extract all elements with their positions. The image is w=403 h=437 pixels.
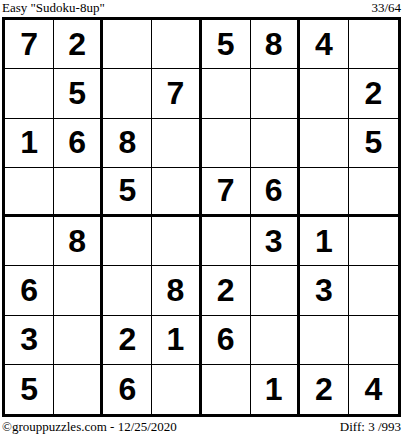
cell-r2c8[interactable]: 2 <box>349 69 398 118</box>
cell-r5c2[interactable]: 8 <box>54 217 103 266</box>
page-number: 33/64 <box>371 0 401 15</box>
cell-r7c8[interactable] <box>349 316 398 365</box>
cell-r3c7[interactable] <box>300 119 349 168</box>
cell-r7c4[interactable]: 1 <box>152 316 201 365</box>
cell-r3c5[interactable] <box>202 119 251 168</box>
cell-r2c6[interactable] <box>251 69 300 118</box>
cell-r1c8[interactable] <box>349 20 398 69</box>
cell-r4c6[interactable]: 6 <box>251 168 300 217</box>
cell-r2c7[interactable] <box>300 69 349 118</box>
cell-r6c1[interactable]: 6 <box>5 266 54 315</box>
cell-r7c3[interactable]: 2 <box>103 316 152 365</box>
cell-r7c1[interactable]: 3 <box>5 316 54 365</box>
cell-r5c8[interactable] <box>349 217 398 266</box>
cell-r1c4[interactable] <box>152 20 201 69</box>
cell-r7c7[interactable] <box>300 316 349 365</box>
copyright-text: ©grouppuzzles.com - 12/25/2020 <box>2 419 177 434</box>
cell-r1c7[interactable]: 4 <box>300 20 349 69</box>
cell-r8c8[interactable]: 4 <box>349 365 398 414</box>
cell-r6c8[interactable] <box>349 266 398 315</box>
cell-r8c7[interactable]: 2 <box>300 365 349 414</box>
sudoku-board: 7258457216855768316823321656124 <box>2 17 401 417</box>
cell-r4c8[interactable] <box>349 168 398 217</box>
cell-r1c5[interactable]: 5 <box>202 20 251 69</box>
puzzle-page: Easy "Sudoku-8up" 33/64 7258457216855768… <box>0 0 403 437</box>
cell-r3c8[interactable]: 5 <box>349 119 398 168</box>
cell-r5c1[interactable] <box>5 217 54 266</box>
cell-r5c5[interactable] <box>202 217 251 266</box>
cell-r4c7[interactable] <box>300 168 349 217</box>
cell-r8c5[interactable] <box>202 365 251 414</box>
cell-r6c7[interactable]: 3 <box>300 266 349 315</box>
cell-r1c1[interactable]: 7 <box>5 20 54 69</box>
cell-r5c7[interactable]: 1 <box>300 217 349 266</box>
cell-r5c4[interactable] <box>152 217 201 266</box>
cell-r7c6[interactable] <box>251 316 300 365</box>
difficulty-text: Diff: 3 /993 <box>340 419 401 434</box>
cell-r8c6[interactable]: 1 <box>251 365 300 414</box>
cell-r2c1[interactable] <box>5 69 54 118</box>
cell-r7c2[interactable] <box>54 316 103 365</box>
cell-r6c3[interactable] <box>103 266 152 315</box>
cell-r2c2[interactable]: 5 <box>54 69 103 118</box>
cell-r2c5[interactable] <box>202 69 251 118</box>
cell-r3c2[interactable]: 6 <box>54 119 103 168</box>
cell-r7c5[interactable]: 6 <box>202 316 251 365</box>
cell-r6c2[interactable] <box>54 266 103 315</box>
puzzle-title: Easy "Sudoku-8up" <box>2 0 105 15</box>
cell-r8c1[interactable]: 5 <box>5 365 54 414</box>
cell-r5c6[interactable]: 3 <box>251 217 300 266</box>
cell-r5c3[interactable] <box>103 217 152 266</box>
cell-r6c6[interactable] <box>251 266 300 315</box>
page-footer: ©grouppuzzles.com - 12/25/2020 Diff: 3 /… <box>2 419 401 434</box>
cell-r8c2[interactable] <box>54 365 103 414</box>
page-header: Easy "Sudoku-8up" 33/64 <box>2 0 401 15</box>
cell-r1c6[interactable]: 8 <box>251 20 300 69</box>
cell-r6c5[interactable]: 2 <box>202 266 251 315</box>
cell-r4c3[interactable]: 5 <box>103 168 152 217</box>
cell-r3c4[interactable] <box>152 119 201 168</box>
cell-r8c3[interactable]: 6 <box>103 365 152 414</box>
cell-r3c1[interactable]: 1 <box>5 119 54 168</box>
cell-r4c2[interactable] <box>54 168 103 217</box>
cell-r4c4[interactable] <box>152 168 201 217</box>
cell-r3c3[interactable]: 8 <box>103 119 152 168</box>
cell-r4c1[interactable] <box>5 168 54 217</box>
cell-r1c3[interactable] <box>103 20 152 69</box>
cell-r8c4[interactable] <box>152 365 201 414</box>
cell-r2c3[interactable] <box>103 69 152 118</box>
cell-r3c6[interactable] <box>251 119 300 168</box>
cell-r1c2[interactable]: 2 <box>54 20 103 69</box>
cell-r6c4[interactable]: 8 <box>152 266 201 315</box>
cell-r2c4[interactable]: 7 <box>152 69 201 118</box>
cell-r4c5[interactable]: 7 <box>202 168 251 217</box>
